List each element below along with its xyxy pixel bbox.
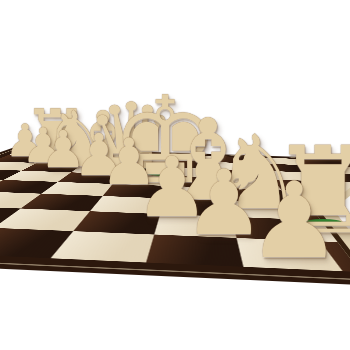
white-pawn-h2: ♟ [247, 169, 341, 274]
chess-set-photo: ♜♞♝♛♚♝♞♜♟♟♟♟♟♟♟♟ [0, 0, 350, 350]
pieces-layer: ♜♞♝♛♚♝♞♜♟♟♟♟♟♟♟♟ [0, 0, 350, 350]
